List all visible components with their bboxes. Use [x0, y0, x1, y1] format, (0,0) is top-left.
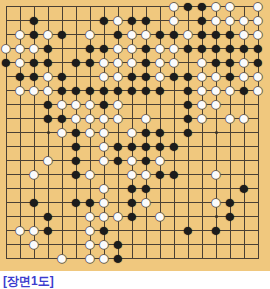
black-stone: ● [69, 167, 83, 181]
go-board[interactable]: ●●●●●●●●●●●●●●●●●●●●●●●●●●●●●●●●●●●●●●●●… [0, 0, 270, 271]
white-stone: ● [139, 195, 153, 209]
white-stone: ● [55, 125, 69, 139]
white-stone: ● [83, 125, 97, 139]
black-stone: ● [69, 195, 83, 209]
black-stone: ● [111, 153, 125, 167]
black-stone: ● [125, 209, 139, 223]
white-stone: ● [83, 167, 97, 181]
black-stone: ● [181, 0, 195, 13]
black-stone: ● [55, 27, 69, 41]
black-stone: ● [97, 13, 111, 27]
white-stone: ● [27, 167, 41, 181]
white-stone: ● [13, 83, 27, 97]
white-stone: ● [111, 209, 125, 223]
white-stone: ● [237, 111, 251, 125]
white-stone: ● [223, 83, 237, 97]
white-stone: ● [97, 251, 111, 265]
white-stone: ● [209, 167, 223, 181]
white-stone: ● [223, 111, 237, 125]
white-stone: ● [83, 251, 97, 265]
black-stone: ● [0, 55, 13, 69]
black-stone: ● [167, 139, 181, 153]
white-stone: ● [209, 97, 223, 111]
white-stone: ● [41, 153, 55, 167]
black-stone: ● [153, 83, 167, 97]
star-point [47, 131, 50, 134]
diagram-caption: [장면1도] [3, 273, 54, 289]
star-point [215, 215, 218, 218]
black-stone: ● [153, 167, 167, 181]
black-stone: ● [125, 83, 139, 97]
black-stone: ● [223, 209, 237, 223]
white-stone: ● [251, 83, 265, 97]
black-stone: ● [111, 251, 125, 265]
black-stone: ● [167, 167, 181, 181]
white-stone: ● [153, 209, 167, 223]
go-diagram: ●●●●●●●●●●●●●●●●●●●●●●●●●●●●●●●●●●●●●●●●… [0, 0, 270, 289]
black-stone: ● [69, 55, 83, 69]
black-stone: ● [209, 223, 223, 237]
black-stone: ● [181, 125, 195, 139]
black-stone: ● [41, 111, 55, 125]
white-stone: ● [97, 153, 111, 167]
black-stone: ● [27, 195, 41, 209]
white-stone: ● [27, 83, 41, 97]
white-stone: ● [111, 111, 125, 125]
white-stone: ● [55, 251, 69, 265]
black-stone: ● [181, 223, 195, 237]
black-stone: ● [41, 223, 55, 237]
white-stone: ● [27, 237, 41, 251]
black-stone: ● [181, 41, 195, 55]
black-stone: ● [167, 69, 181, 83]
white-stone: ● [195, 111, 209, 125]
black-stone: ● [237, 83, 251, 97]
white-stone: ● [13, 223, 27, 237]
black-stone: ● [139, 83, 153, 97]
black-stone: ● [83, 55, 97, 69]
white-stone: ● [209, 195, 223, 209]
star-point [215, 131, 218, 134]
black-stone: ● [237, 181, 251, 195]
